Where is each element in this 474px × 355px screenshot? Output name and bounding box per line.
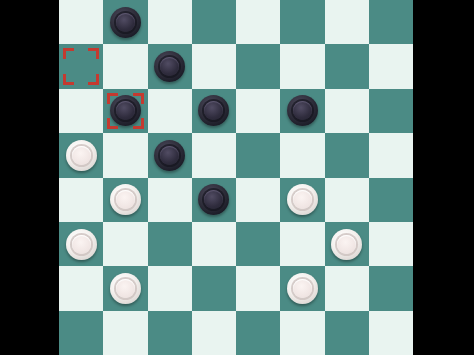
square-r6c5[interactable] [280,266,324,310]
black-piece[interactable] [110,95,141,126]
letterbox-right [413,0,474,355]
square-r2c1[interactable] [103,89,147,133]
square-r6c1[interactable] [103,266,147,310]
square-r3c1[interactable] [103,133,147,177]
square-r2c0[interactable] [59,89,103,133]
square-r4c2[interactable] [148,178,192,222]
checkers-board[interactable] [59,0,413,355]
square-r1c7[interactable] [369,44,413,88]
white-piece[interactable] [110,184,141,215]
black-piece[interactable] [198,95,229,126]
square-r2c2[interactable] [148,89,192,133]
video-frame [0,0,474,355]
square-r5c1[interactable] [103,222,147,266]
square-r7c1[interactable] [103,311,147,355]
letterbox-left [0,0,59,355]
square-r5c5[interactable] [280,222,324,266]
highlight-corner-tr [88,48,99,59]
square-r0c1[interactable] [103,0,147,44]
square-r6c6[interactable] [325,266,369,310]
square-r7c5[interactable] [280,311,324,355]
square-r2c4[interactable] [236,89,280,133]
square-r5c3[interactable] [192,222,236,266]
white-piece[interactable] [66,229,97,260]
square-r3c4[interactable] [236,133,280,177]
square-r1c3[interactable] [192,44,236,88]
square-r1c1[interactable] [103,44,147,88]
square-r5c4[interactable] [236,222,280,266]
square-r2c5[interactable] [280,89,324,133]
square-r5c7[interactable] [369,222,413,266]
square-r0c4[interactable] [236,0,280,44]
square-r2c6[interactable] [325,89,369,133]
square-r6c0[interactable] [59,266,103,310]
square-r3c0[interactable] [59,133,103,177]
square-r7c6[interactable] [325,311,369,355]
square-r6c4[interactable] [236,266,280,310]
square-r1c2[interactable] [148,44,192,88]
square-r0c3[interactable] [192,0,236,44]
square-r7c3[interactable] [192,311,236,355]
square-r3c2[interactable] [148,133,192,177]
square-r5c0[interactable] [59,222,103,266]
highlight-corner-br [88,74,99,85]
highlight-corner-tl [63,48,74,59]
square-r3c6[interactable] [325,133,369,177]
square-r3c7[interactable] [369,133,413,177]
square-r7c4[interactable] [236,311,280,355]
square-r2c7[interactable] [369,89,413,133]
square-r4c5[interactable] [280,178,324,222]
square-r4c4[interactable] [236,178,280,222]
square-r4c0[interactable] [59,178,103,222]
black-piece[interactable] [198,184,229,215]
square-r1c0[interactable] [59,44,103,88]
move-highlight-corners [59,44,103,88]
black-piece[interactable] [154,140,185,171]
square-r7c0[interactable] [59,311,103,355]
square-r6c2[interactable] [148,266,192,310]
white-piece[interactable] [66,140,97,171]
white-piece[interactable] [110,273,141,304]
square-r0c2[interactable] [148,0,192,44]
square-r3c5[interactable] [280,133,324,177]
square-r0c0[interactable] [59,0,103,44]
black-piece[interactable] [110,7,141,38]
square-r5c2[interactable] [148,222,192,266]
black-piece[interactable] [287,95,318,126]
square-r0c7[interactable] [369,0,413,44]
square-r0c6[interactable] [325,0,369,44]
square-r7c2[interactable] [148,311,192,355]
square-r2c3[interactable] [192,89,236,133]
square-r4c3[interactable] [192,178,236,222]
square-r1c5[interactable] [280,44,324,88]
square-r1c6[interactable] [325,44,369,88]
square-r7c7[interactable] [369,311,413,355]
square-r4c7[interactable] [369,178,413,222]
square-r6c7[interactable] [369,266,413,310]
square-r5c6[interactable] [325,222,369,266]
black-piece[interactable] [154,51,185,82]
white-piece[interactable] [287,184,318,215]
square-r6c3[interactable] [192,266,236,310]
square-r4c6[interactable] [325,178,369,222]
square-r0c5[interactable] [280,0,324,44]
white-piece[interactable] [287,273,318,304]
square-r1c4[interactable] [236,44,280,88]
square-r3c3[interactable] [192,133,236,177]
square-r4c1[interactable] [103,178,147,222]
white-piece[interactable] [331,229,362,260]
highlight-corner-bl [63,74,74,85]
